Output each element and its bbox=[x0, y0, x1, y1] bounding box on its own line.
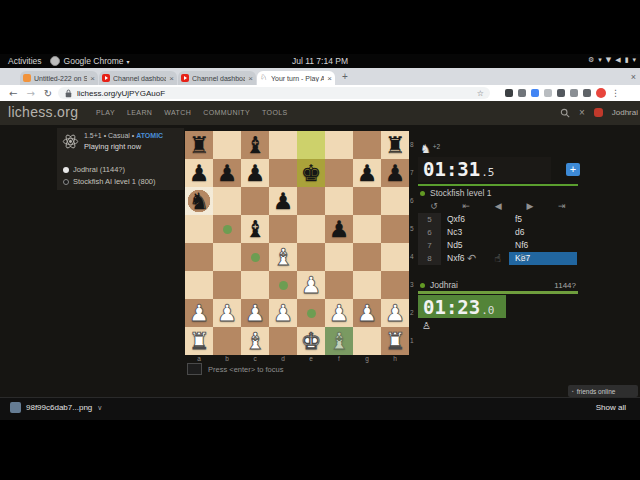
white-bishop-d4[interactable]: ♝ bbox=[269, 243, 297, 271]
square-a1[interactable]: ♜ bbox=[185, 327, 213, 355]
tab-strip: Untitled-222 on Scratch×Channel dashboar… bbox=[0, 68, 640, 85]
square-a8[interactable]: ♜ bbox=[185, 131, 213, 159]
player-online-dot bbox=[420, 283, 425, 288]
black-pawn-a7[interactable]: ♟ bbox=[185, 159, 213, 187]
file-label-b: b bbox=[213, 355, 241, 362]
tab-title: Channel dashboard - You bbox=[192, 75, 245, 82]
white-pawn-e3[interactable]: ♟ bbox=[297, 271, 325, 299]
nav-tools[interactable]: TOOLS bbox=[262, 109, 288, 116]
tab-close-icon[interactable]: × bbox=[169, 74, 174, 83]
square-e6[interactable] bbox=[297, 187, 325, 215]
focus-hint-label: Press <enter> to focus bbox=[208, 365, 283, 374]
screen: Activities Google Chrome ▾ Jul 11 7:14 P… bbox=[0, 0, 640, 480]
square-f6[interactable] bbox=[325, 187, 353, 215]
square-a4[interactable] bbox=[185, 243, 213, 271]
rank-label-4: 4 bbox=[410, 243, 418, 271]
takeback-icon[interactable]: ↶ bbox=[467, 252, 476, 265]
file-label-e: e bbox=[297, 355, 325, 362]
square-c5[interactable]: ♝ bbox=[241, 215, 269, 243]
nav-watch[interactable]: WATCH bbox=[164, 109, 191, 116]
rank-label-1: 1 bbox=[410, 327, 418, 355]
chess-board[interactable]: ♜♝♜♟♟♟♚♟♟♞♟♝♟♝♟♟♟♟♟♟♟♟♜♝♚♝♜ bbox=[185, 131, 409, 355]
file-label-a: a bbox=[185, 355, 213, 362]
white-pawn-f2[interactable]: ♟ bbox=[325, 299, 353, 327]
black-rook-a8[interactable]: ♜ bbox=[185, 131, 213, 159]
move-row-7: 7Nd5Nf6 bbox=[418, 239, 578, 252]
square-f2[interactable]: ♟ bbox=[325, 299, 353, 327]
square-e4[interactable] bbox=[297, 243, 325, 271]
black-bishop-c5[interactable]: ♝ bbox=[241, 215, 269, 243]
browser-menu-icon[interactable]: ⋮ bbox=[611, 88, 620, 98]
replay-prev-icon[interactable]: ◀ bbox=[495, 201, 502, 211]
lock-icon bbox=[65, 89, 72, 98]
player-rating: 1144? bbox=[554, 281, 576, 290]
file-label-f: f bbox=[325, 355, 353, 362]
move-row-6: 6Nc3d6 bbox=[418, 226, 578, 239]
white-player-row[interactable]: Jodhrai (1144?) bbox=[63, 165, 125, 174]
battery-icon: ▮ bbox=[625, 56, 629, 64]
player-clock: 01:23 .0 bbox=[418, 295, 506, 318]
white-pawn-c2[interactable]: ♟ bbox=[241, 299, 269, 327]
white-king-e1[interactable]: ♚ bbox=[297, 327, 325, 355]
white-pawn-b2[interactable]: ♟ bbox=[213, 299, 241, 327]
move-dest-dot bbox=[279, 281, 288, 290]
extension-icon-1[interactable] bbox=[505, 89, 513, 97]
square-e7[interactable]: ♚ bbox=[297, 159, 325, 187]
white-move-Nc3[interactable]: Nc3 bbox=[441, 226, 509, 239]
square-h8[interactable]: ♜ bbox=[381, 131, 409, 159]
back-button[interactable]: ← bbox=[9, 88, 17, 99]
square-g4[interactable] bbox=[353, 243, 381, 271]
nav-learn[interactable]: LEARN bbox=[127, 109, 152, 116]
square-g5[interactable] bbox=[353, 215, 381, 243]
white-rook-a1[interactable]: ♜ bbox=[185, 327, 213, 355]
material-score: +2 bbox=[433, 143, 440, 150]
player-material: ♙ bbox=[422, 320, 431, 331]
download-filename: 98f99c6dab7...png bbox=[26, 403, 92, 412]
move-dest-dot bbox=[307, 309, 316, 318]
tab-title: Channel dashboard - You bbox=[113, 75, 166, 82]
white-pawn-h2[interactable]: ♟ bbox=[381, 299, 409, 327]
square-e5[interactable] bbox=[297, 215, 325, 243]
black-bishop-c8[interactable]: ♝ bbox=[241, 131, 269, 159]
give-more-time-button[interactable]: + bbox=[566, 163, 580, 176]
replay-next-icon[interactable]: ▶ bbox=[526, 201, 533, 211]
youtube-favicon-icon bbox=[102, 74, 110, 82]
move-number: 7 bbox=[418, 239, 441, 252]
time-control-label: 1.5+1 • Casual • ATOMIC bbox=[84, 132, 163, 139]
extension-icon-6[interactable] bbox=[570, 89, 578, 97]
square-f1[interactable]: ♝ bbox=[325, 327, 353, 355]
square-f4[interactable] bbox=[325, 243, 353, 271]
black-pawn-f5[interactable]: ♟ bbox=[325, 215, 353, 243]
atomic-variant-icon bbox=[62, 133, 79, 150]
square-d3[interactable] bbox=[269, 271, 297, 299]
black-pawn-d6[interactable]: ♟ bbox=[269, 187, 297, 215]
white-pawn-a2[interactable]: ♟ bbox=[185, 299, 213, 327]
square-h5[interactable] bbox=[381, 215, 409, 243]
image-file-icon bbox=[10, 402, 21, 413]
friends-icon: ▪ bbox=[572, 388, 574, 394]
show-all-downloads-button[interactable]: Show all bbox=[596, 403, 626, 412]
square-c6[interactable] bbox=[241, 187, 269, 215]
nav-community[interactable]: COMMUNITY bbox=[203, 109, 250, 116]
square-b5[interactable] bbox=[213, 215, 241, 243]
square-h3[interactable] bbox=[381, 271, 409, 299]
white-bishop-c1[interactable]: ♝ bbox=[241, 327, 269, 355]
player-time-bar bbox=[418, 291, 578, 294]
keyboard-focus-hint: Press <enter> to focus bbox=[187, 363, 283, 375]
square-a3[interactable] bbox=[185, 271, 213, 299]
resign-flag-icon[interactable]: ⚐ bbox=[519, 252, 529, 265]
player-row: Jodhrai 1144? bbox=[420, 280, 576, 290]
header-username[interactable]: Jodhrai bbox=[612, 108, 638, 117]
system-tray[interactable]: ⚙▾▼◀▮▾ bbox=[588, 56, 636, 64]
lichess-nav: PLAYLEARNWATCHCOMMUNITYTOOLS bbox=[96, 109, 288, 116]
player-clock-time: 01:23 bbox=[423, 295, 480, 320]
tabs: Untitled-222 on Scratch×Channel dashboar… bbox=[20, 68, 336, 85]
black-pawn-h7[interactable]: ♟ bbox=[381, 159, 409, 187]
search-icon[interactable] bbox=[560, 108, 570, 118]
captured-knight-icon: ♞ bbox=[420, 143, 431, 155]
url-text: lichess.org/yUjPYGAuoF bbox=[77, 89, 165, 98]
black-move-d6[interactable]: d6 bbox=[509, 226, 577, 239]
rank-label-6: 6 bbox=[410, 187, 418, 215]
square-h2[interactable]: ♟ bbox=[381, 299, 409, 327]
square-c4[interactable] bbox=[241, 243, 269, 271]
white-rook-h1[interactable]: ♜ bbox=[381, 327, 409, 355]
opponent-material: ♞ +2 bbox=[420, 143, 440, 155]
square-g7[interactable]: ♟ bbox=[353, 159, 381, 187]
lichess-page: lichess.org PLAYLEARNWATCHCOMMUNITYTOOLS… bbox=[0, 101, 640, 397]
tab-title: Your turn - Play A.I. level bbox=[271, 75, 324, 82]
player-clock-tenths: .0 bbox=[481, 304, 494, 317]
action-buttons: ↶☝⚐ bbox=[418, 252, 578, 265]
square-h6[interactable] bbox=[381, 187, 409, 215]
captured-pawn-icon: ♙ bbox=[422, 320, 431, 331]
square-b8[interactable] bbox=[213, 131, 241, 159]
friends-online-bubble[interactable]: ▪ friends online bbox=[568, 385, 638, 397]
file-coordinates: abcdefgh bbox=[185, 355, 409, 362]
square-a2[interactable]: ♟ bbox=[185, 299, 213, 327]
square-b4[interactable] bbox=[213, 243, 241, 271]
settings-caret-icon: ▾ bbox=[598, 56, 602, 64]
white-bishop-f1[interactable]: ♝ bbox=[325, 327, 353, 355]
address-bar[interactable]: lichess.org/yUjPYGAuoF ☆ bbox=[58, 87, 490, 99]
black-king-e7[interactable]: ♚ bbox=[297, 159, 325, 187]
youtube-favicon-icon bbox=[181, 74, 189, 82]
black-pawn-g7[interactable]: ♟ bbox=[353, 159, 381, 187]
square-g8[interactable] bbox=[353, 131, 381, 159]
tab-2[interactable]: Channel dashboard - You× bbox=[99, 71, 177, 85]
bookmark-star-icon[interactable]: ☆ bbox=[477, 89, 484, 98]
tab-close-icon[interactable]: × bbox=[248, 74, 253, 83]
file-label-d: d bbox=[269, 355, 297, 362]
square-d1[interactable] bbox=[269, 327, 297, 355]
opponent-clock-tenths: .5 bbox=[481, 166, 494, 179]
square-d5[interactable] bbox=[269, 215, 297, 243]
gnome-top-bar: Activities Google Chrome ▾ Jul 11 7:14 P… bbox=[0, 54, 640, 68]
square-g1[interactable] bbox=[353, 327, 381, 355]
square-b6[interactable] bbox=[213, 187, 241, 215]
black-disc-icon bbox=[63, 179, 69, 185]
rank-label-5: 5 bbox=[410, 215, 418, 243]
opponent-time-bar bbox=[418, 184, 578, 186]
rank-label-3: 3 bbox=[410, 271, 418, 299]
square-c3[interactable] bbox=[241, 271, 269, 299]
download-caret-icon[interactable]: ∨ bbox=[97, 404, 102, 412]
opponent-name: Stockfish level 1 bbox=[430, 188, 491, 198]
square-g6[interactable] bbox=[353, 187, 381, 215]
move-row-5: 5Qxf6f5 bbox=[418, 213, 578, 226]
tab-4[interactable]: ♘Your turn - Play A.I. level× bbox=[257, 71, 335, 85]
square-d4[interactable]: ♝ bbox=[269, 243, 297, 271]
square-f3[interactable] bbox=[325, 271, 353, 299]
white-move-Nd5[interactable]: Nd5 bbox=[441, 239, 509, 252]
square-c1[interactable]: ♝ bbox=[241, 327, 269, 355]
square-h7[interactable]: ♟ bbox=[381, 159, 409, 187]
friends-online-label: friends online bbox=[577, 388, 616, 395]
lichess-logo[interactable]: lichess.org bbox=[8, 104, 78, 120]
game-info-box: 1.5+1 • Casual • ATOMIC Playing right no… bbox=[57, 128, 184, 190]
focus-input-box[interactable] bbox=[187, 363, 202, 375]
lichess-header: lichess.org PLAYLEARNWATCHCOMMUNITYTOOLS… bbox=[0, 101, 640, 125]
square-b1[interactable] bbox=[213, 327, 241, 355]
download-shelf: 98f99c6dab7...png ∨ Show all bbox=[0, 397, 640, 420]
extension-icon-4[interactable] bbox=[544, 89, 552, 97]
white-disc-icon bbox=[63, 167, 69, 173]
square-e3[interactable]: ♟ bbox=[297, 271, 325, 299]
white-pawn-d2[interactable]: ♟ bbox=[269, 299, 297, 327]
challenge-notification-icon[interactable] bbox=[594, 108, 603, 117]
square-f5[interactable]: ♟ bbox=[325, 215, 353, 243]
white-move-Qxf6[interactable]: Qxf6 bbox=[441, 213, 509, 226]
extension-icon-2[interactable] bbox=[518, 89, 526, 97]
extension-icon-3[interactable] bbox=[531, 89, 539, 97]
nav-play[interactable]: PLAY bbox=[96, 109, 115, 116]
opponent-clock-time: 01:31 bbox=[423, 157, 480, 182]
player-name[interactable]: Jodhrai bbox=[430, 280, 458, 290]
replay-first-icon[interactable]: ⇤ bbox=[463, 201, 471, 211]
square-g2[interactable]: ♟ bbox=[353, 299, 381, 327]
black-move-f5[interactable]: f5 bbox=[509, 213, 577, 226]
square-c7[interactable]: ♟ bbox=[241, 159, 269, 187]
rank-coordinates: 87654321 bbox=[410, 131, 418, 355]
white-pawn-g2[interactable]: ♟ bbox=[353, 299, 381, 327]
black-pawn-c7[interactable]: ♟ bbox=[241, 159, 269, 187]
replay-last-icon[interactable]: ⇥ bbox=[558, 201, 566, 211]
variant-label: ATOMIC bbox=[136, 132, 163, 139]
black-player-label: Stockfish AI level 1 (800) bbox=[73, 177, 156, 186]
tab-title: Untitled-222 on Scratch bbox=[34, 75, 87, 82]
square-c8[interactable]: ♝ bbox=[241, 131, 269, 159]
move-dest-dot bbox=[251, 253, 260, 262]
tab-close-icon[interactable]: × bbox=[90, 74, 95, 83]
square-h4[interactable] bbox=[381, 243, 409, 271]
wifi-icon: ▼ bbox=[606, 56, 611, 64]
lichess-favicon-icon: ♘ bbox=[260, 74, 268, 82]
white-player-label: Jodhrai (1144?) bbox=[73, 165, 125, 174]
square-d6[interactable]: ♟ bbox=[269, 187, 297, 215]
file-label-c: c bbox=[241, 355, 269, 362]
square-b3[interactable] bbox=[213, 271, 241, 299]
rank-label-8: 8 bbox=[410, 131, 418, 159]
extension-icon-5[interactable] bbox=[557, 89, 565, 97]
extension-icons[interactable]: ⋮ bbox=[505, 88, 620, 98]
volume-icon: ◀ bbox=[615, 56, 620, 64]
opponent-row: Stockfish level 1 bbox=[420, 188, 576, 198]
file-label-g: g bbox=[353, 355, 381, 362]
close-search-icon[interactable]: × bbox=[579, 107, 585, 118]
tray-caret-icon: ▾ bbox=[632, 56, 636, 64]
rank-label-2: 2 bbox=[410, 299, 418, 327]
move-number: 6 bbox=[418, 226, 441, 239]
replay-loop-icon[interactable]: ↺ bbox=[430, 201, 438, 211]
desktop-clock[interactable]: Jul 11 7:14 PM bbox=[0, 56, 640, 66]
replay-controls: ↺⇤◀▶⇥ bbox=[418, 200, 578, 211]
new-tab-button[interactable]: + bbox=[342, 71, 348, 82]
black-pawn-b7[interactable]: ♟ bbox=[213, 159, 241, 187]
square-h1[interactable]: ♜ bbox=[381, 327, 409, 355]
download-item[interactable]: 98f99c6dab7...png ∨ bbox=[10, 402, 102, 413]
black-rook-h8[interactable]: ♜ bbox=[381, 131, 409, 159]
square-f8[interactable] bbox=[325, 131, 353, 159]
move-number: 5 bbox=[418, 213, 441, 226]
square-e8[interactable] bbox=[297, 131, 325, 159]
settings-icon: ⚙ bbox=[588, 56, 594, 64]
profile-avatar[interactable] bbox=[596, 88, 606, 98]
black-move-Nf6[interactable]: Nf6 bbox=[509, 239, 577, 252]
forward-button[interactable]: → bbox=[26, 88, 34, 99]
scratch-favicon-icon bbox=[23, 74, 31, 82]
square-a5[interactable] bbox=[185, 215, 213, 243]
window-close-button[interactable]: × bbox=[631, 72, 636, 82]
engine-online-dot bbox=[420, 191, 425, 196]
square-e2[interactable] bbox=[297, 299, 325, 327]
square-d8[interactable] bbox=[269, 131, 297, 159]
tab-3[interactable]: Channel dashboard - You× bbox=[178, 71, 256, 85]
game-status-label: Playing right now bbox=[84, 142, 141, 151]
tab-close-icon[interactable]: × bbox=[327, 74, 332, 83]
square-b7[interactable]: ♟ bbox=[213, 159, 241, 187]
square-d2[interactable]: ♟ bbox=[269, 299, 297, 327]
tab-1[interactable]: Untitled-222 on Scratch× bbox=[20, 71, 98, 85]
file-label-h: h bbox=[381, 355, 409, 362]
square-e1[interactable]: ♚ bbox=[297, 327, 325, 355]
extension-icon-7[interactable] bbox=[583, 89, 591, 97]
thumb-icon[interactable]: ☝ bbox=[494, 252, 501, 265]
square-a7[interactable]: ♟ bbox=[185, 159, 213, 187]
black-player-row[interactable]: Stockfish AI level 1 (800) bbox=[63, 177, 156, 186]
square-c2[interactable]: ♟ bbox=[241, 299, 269, 327]
rank-label-7: 7 bbox=[410, 159, 418, 187]
opponent-clock: 01:31 .5 bbox=[418, 157, 551, 182]
square-f7[interactable] bbox=[325, 159, 353, 187]
square-g3[interactable] bbox=[353, 271, 381, 299]
browser-toolbar: ← → ↻ lichess.org/yUjPYGAuoF ☆ ⋮ bbox=[0, 85, 640, 101]
square-b2[interactable]: ♟ bbox=[213, 299, 241, 327]
move-dest-dot bbox=[223, 225, 232, 234]
black-knight-a6[interactable]: ♞ bbox=[185, 187, 213, 215]
square-a6[interactable]: ♞ bbox=[185, 187, 213, 215]
reload-button[interactable]: ↻ bbox=[44, 88, 52, 99]
square-d7[interactable] bbox=[269, 159, 297, 187]
